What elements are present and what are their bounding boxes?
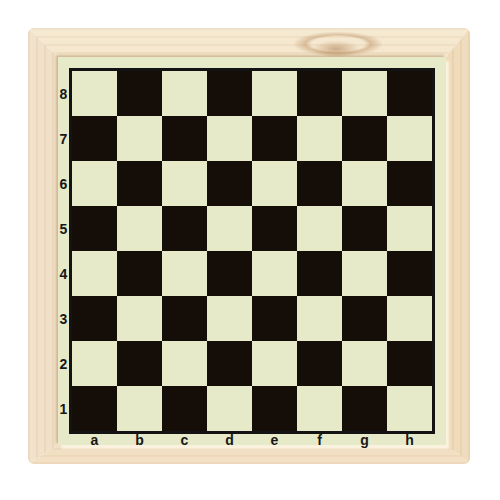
square-d3[interactable] — [207, 296, 252, 341]
square-d4[interactable] — [207, 251, 252, 296]
square-h4[interactable] — [387, 251, 432, 296]
square-d8[interactable] — [207, 71, 252, 116]
square-e4[interactable] — [252, 251, 297, 296]
square-h2[interactable] — [387, 341, 432, 386]
square-h6[interactable] — [387, 161, 432, 206]
square-c5[interactable] — [162, 206, 207, 251]
square-h8[interactable] — [387, 71, 432, 116]
file-label-b: b — [117, 434, 162, 445]
square-h7[interactable] — [387, 116, 432, 161]
square-h1[interactable] — [387, 386, 432, 431]
square-a8[interactable] — [72, 71, 117, 116]
square-f1[interactable] — [297, 386, 342, 431]
square-a1[interactable] — [72, 386, 117, 431]
square-g8[interactable] — [342, 71, 387, 116]
board-grid — [69, 68, 435, 434]
rank-label-7: 7 — [58, 116, 69, 161]
square-c6[interactable] — [162, 161, 207, 206]
square-e2[interactable] — [252, 341, 297, 386]
square-g6[interactable] — [342, 161, 387, 206]
square-g7[interactable] — [342, 116, 387, 161]
square-d7[interactable] — [207, 116, 252, 161]
file-label-c: c — [162, 434, 207, 445]
rank-label-5: 5 — [58, 206, 69, 251]
rank-label-4: 4 — [58, 251, 69, 296]
rank-label-2: 2 — [58, 341, 69, 386]
square-c2[interactable] — [162, 341, 207, 386]
file-label-h: h — [387, 434, 432, 445]
square-a6[interactable] — [72, 161, 117, 206]
file-label-f: f — [297, 434, 342, 445]
file-labels: abcdefgh — [72, 434, 432, 445]
file-label-d: d — [207, 434, 252, 445]
square-c3[interactable] — [162, 296, 207, 341]
square-a2[interactable] — [72, 341, 117, 386]
rank-label-3: 3 — [58, 296, 69, 341]
square-f5[interactable] — [297, 206, 342, 251]
square-e5[interactable] — [252, 206, 297, 251]
square-g2[interactable] — [342, 341, 387, 386]
photo-background: 87654321 abcdefgh — [0, 0, 500, 500]
square-e6[interactable] — [252, 161, 297, 206]
square-b6[interactable] — [117, 161, 162, 206]
square-e1[interactable] — [252, 386, 297, 431]
square-g4[interactable] — [342, 251, 387, 296]
square-b8[interactable] — [117, 71, 162, 116]
square-a7[interactable] — [72, 116, 117, 161]
square-f2[interactable] — [297, 341, 342, 386]
rank-label-1: 1 — [58, 386, 69, 431]
square-b1[interactable] — [117, 386, 162, 431]
square-a4[interactable] — [72, 251, 117, 296]
file-label-g: g — [342, 434, 387, 445]
square-f4[interactable] — [297, 251, 342, 296]
square-b3[interactable] — [117, 296, 162, 341]
square-c8[interactable] — [162, 71, 207, 116]
file-label-e: e — [252, 434, 297, 445]
square-g1[interactable] — [342, 386, 387, 431]
square-b4[interactable] — [117, 251, 162, 296]
file-label-a: a — [72, 434, 117, 445]
square-d6[interactable] — [207, 161, 252, 206]
square-d5[interactable] — [207, 206, 252, 251]
rank-labels: 87654321 — [58, 71, 69, 431]
rank-label-8: 8 — [58, 71, 69, 116]
square-a5[interactable] — [72, 206, 117, 251]
square-b7[interactable] — [117, 116, 162, 161]
square-b2[interactable] — [117, 341, 162, 386]
square-f8[interactable] — [297, 71, 342, 116]
chess-board: 87654321 abcdefgh — [58, 57, 446, 445]
square-d2[interactable] — [207, 341, 252, 386]
square-c1[interactable] — [162, 386, 207, 431]
square-h3[interactable] — [387, 296, 432, 341]
square-e7[interactable] — [252, 116, 297, 161]
square-a3[interactable] — [72, 296, 117, 341]
square-g5[interactable] — [342, 206, 387, 251]
square-f6[interactable] — [297, 161, 342, 206]
square-d1[interactable] — [207, 386, 252, 431]
square-h5[interactable] — [387, 206, 432, 251]
rank-label-6: 6 — [58, 161, 69, 206]
square-c7[interactable] — [162, 116, 207, 161]
square-f3[interactable] — [297, 296, 342, 341]
square-b5[interactable] — [117, 206, 162, 251]
square-g3[interactable] — [342, 296, 387, 341]
square-e3[interactable] — [252, 296, 297, 341]
square-e8[interactable] — [252, 71, 297, 116]
square-f7[interactable] — [297, 116, 342, 161]
square-c4[interactable] — [162, 251, 207, 296]
